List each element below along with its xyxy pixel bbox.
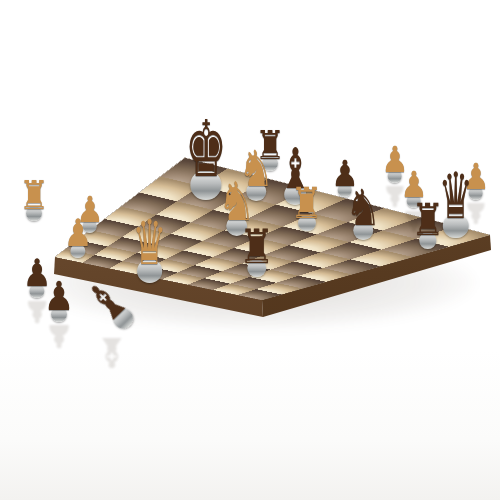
piece-white-rook-a[interactable]: ♜ [15,181,53,221]
piece-white-pawn-b[interactable]: ♟ [60,220,96,258]
maple-rook-glyph: ♜ [19,175,49,215]
walnut-rook-glyph: ♜ [411,198,445,242]
piece-black-pawn-c[interactable]: ♟ [40,282,78,322]
piece-black-rook-c[interactable]: ♜ [407,205,449,249]
piece-black-knight[interactable]: ♞ [339,190,387,240]
maple-queen-glyph: ♛ [133,212,167,274]
piece-white-queen[interactable]: ♛ [121,221,180,283]
walnut-pawn-glyph: ♟ [44,276,74,316]
maple-rook-glyph: ♜ [291,182,324,225]
product-photo-stage: ♚♜♝♟♞♜♜♛♝♝♟♟♟♟♜♟♟♛♞♞♜♟♟♟♟♟♟ [0,0,500,500]
piece-white-rook-b[interactable]: ♜ [287,188,328,231]
table-reflection: ♟ [45,320,74,352]
walnut-rook-glyph: ♜ [239,223,275,270]
maple-pawn-glyph: ♟ [64,214,93,252]
piece-black-rook-b[interactable]: ♜ [235,230,280,277]
walnut-knight-glyph: ♞ [345,183,381,233]
